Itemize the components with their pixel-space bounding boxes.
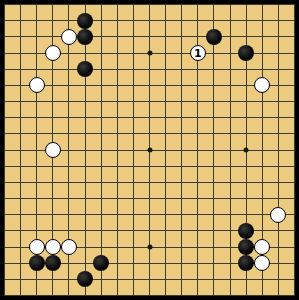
white-stone — [254, 77, 270, 93]
board-grid: 1 — [4, 4, 295, 296]
grid-line-horizontal — [4, 279, 295, 280]
grid-line-horizontal — [4, 214, 295, 215]
black-stone — [29, 255, 45, 271]
move-number-label: 1 — [194, 48, 202, 59]
white-stone — [61, 29, 77, 45]
white-stone — [61, 239, 77, 255]
grid-line-horizontal — [4, 198, 295, 199]
black-stone — [238, 45, 254, 61]
white-stone — [45, 142, 61, 158]
white-stone — [254, 239, 270, 255]
black-stone — [77, 13, 93, 29]
grid-line-horizontal — [4, 295, 295, 296]
grid-line-horizontal — [4, 182, 295, 183]
black-stone — [77, 29, 93, 45]
grid-line-vertical — [278, 4, 279, 296]
white-stone — [29, 77, 45, 93]
grid-line-horizontal — [4, 166, 295, 167]
white-stone — [45, 239, 61, 255]
white-stone — [254, 255, 270, 271]
black-stone — [77, 61, 93, 77]
black-stone — [77, 271, 93, 287]
white-stone — [45, 45, 61, 61]
black-stone — [238, 239, 254, 255]
numbered-white-stone: 1 — [190, 45, 206, 61]
star-point — [147, 245, 152, 250]
grid-line-vertical — [230, 4, 231, 296]
white-stone — [29, 239, 45, 255]
go-board[interactable]: 1 — [0, 0, 299, 300]
black-stone — [45, 255, 61, 271]
white-stone — [270, 207, 286, 223]
black-stone — [93, 255, 109, 271]
black-stone — [238, 223, 254, 239]
star-point — [147, 148, 152, 153]
grid-line-vertical — [213, 4, 214, 296]
grid-line-vertical — [294, 4, 295, 296]
star-point — [147, 51, 152, 56]
star-point — [244, 148, 249, 153]
black-stone — [238, 255, 254, 271]
grid-line-vertical — [165, 4, 166, 296]
grid-line-vertical — [181, 4, 182, 296]
black-stone — [206, 29, 222, 45]
